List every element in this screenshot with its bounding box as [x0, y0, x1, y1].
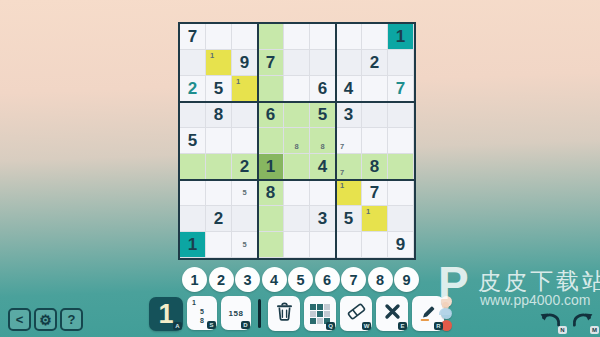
corner-marks-mode-button[interactable]: 1 5 8 S: [187, 296, 217, 330]
cell-r4c5[interactable]: [284, 102, 310, 128]
cell-r7c3[interactable]: 5: [232, 180, 258, 206]
trash-icon: [275, 301, 294, 326]
given-digit: 9: [396, 236, 405, 253]
back-button[interactable]: <: [8, 308, 31, 331]
cell-r5c8[interactable]: [362, 128, 388, 154]
given-digit: 5: [188, 132, 197, 149]
cell-r1c1[interactable]: 7: [180, 24, 206, 50]
cell-r5c4[interactable]: [258, 128, 284, 154]
watermark-logo: P: [438, 260, 469, 306]
cell-r7c8[interactable]: 7: [362, 180, 388, 206]
cell-color-button[interactable]: Q: [304, 296, 336, 331]
cell-r9c6[interactable]: [310, 232, 336, 258]
selected-digit: 1: [158, 301, 173, 328]
number-pad: 123456789: [182, 267, 419, 292]
cell-r7c2[interactable]: [206, 180, 232, 206]
cell-r5c6[interactable]: 8: [310, 128, 336, 154]
given-digit: 8: [266, 184, 275, 201]
undo-button[interactable]: N: [539, 311, 563, 331]
cell-r3c8[interactable]: [362, 76, 388, 102]
numpad-button-4[interactable]: 4: [262, 267, 287, 292]
selected-digit-button[interactable]: 1 A: [149, 297, 183, 331]
cell-r8c2[interactable]: 2: [206, 206, 232, 232]
center-marks-mode-button[interactable]: 158 D: [221, 296, 251, 330]
cell-r5c2[interactable]: [206, 128, 232, 154]
pencil-mark: 7: [340, 143, 344, 151]
cell-r4c3[interactable]: [232, 102, 258, 128]
given-digit: 8: [214, 106, 223, 123]
cell-r9c7[interactable]: [336, 232, 362, 258]
cell-r6c1[interactable]: [180, 154, 206, 180]
given-digit: 1: [266, 158, 275, 175]
numpad-button-1[interactable]: 1: [182, 267, 207, 292]
help-label: ?: [68, 312, 76, 327]
cell-r6c9[interactable]: [388, 154, 414, 180]
watermark-url: www.pp4000.com: [480, 292, 591, 308]
cell-r6c2[interactable]: [206, 154, 232, 180]
cell-r7c5[interactable]: [284, 180, 310, 206]
given-digit: 4: [318, 158, 327, 175]
given-digit: 8: [370, 158, 379, 175]
cell-r6c4[interactable]: 1: [258, 154, 284, 180]
pencil-mark: 7: [340, 169, 344, 177]
cell-r3c6[interactable]: 6: [310, 76, 336, 102]
pencil-mark: 1: [210, 52, 214, 60]
cell-r4c6[interactable]: 5: [310, 102, 336, 128]
cell-r2c2[interactable]: 1: [206, 50, 232, 76]
user-digit: 7: [396, 80, 405, 97]
numpad-button-8[interactable]: 8: [368, 267, 393, 292]
cell-r4c1[interactable]: [180, 102, 206, 128]
cell-r3c7[interactable]: 4: [336, 76, 362, 102]
cell-r9c3[interactable]: 5: [232, 232, 258, 258]
box-line-horizontal: [180, 179, 414, 181]
cell-r2c1[interactable]: [180, 50, 206, 76]
corner-mark-preview: 1: [192, 299, 196, 306]
redo-button[interactable]: M: [571, 311, 595, 331]
cell-r8c6[interactable]: 3: [310, 206, 336, 232]
cell-r2c4[interactable]: 7: [258, 50, 284, 76]
cell-r9c4[interactable]: [258, 232, 284, 258]
cell-r1c9[interactable]: 1: [388, 24, 414, 50]
given-digit: 6: [266, 106, 275, 123]
given-digit: 7: [266, 54, 275, 71]
pencil-mark: 5: [242, 241, 246, 249]
cell-r3c5[interactable]: [284, 76, 310, 102]
cell-r3c1[interactable]: 2: [180, 76, 206, 102]
given-digit: 9: [240, 54, 249, 71]
numpad-button-2[interactable]: 2: [209, 267, 234, 292]
cell-r1c7[interactable]: [336, 24, 362, 50]
cell-r5c5[interactable]: 8: [284, 128, 310, 154]
center-mark-preview: 158: [229, 309, 244, 318]
corner-mark-preview: 8: [200, 317, 204, 324]
corner-mark-preview: 5: [200, 308, 204, 315]
pencil-mark: 1: [236, 78, 240, 86]
cell-r2c6[interactable]: [310, 50, 336, 76]
cell-r6c3[interactable]: 2: [232, 154, 258, 180]
numpad-button-5[interactable]: 5: [288, 267, 313, 292]
cell-r6c5[interactable]: [284, 154, 310, 180]
cell-r1c8[interactable]: [362, 24, 388, 50]
given-digit: 3: [318, 210, 327, 227]
help-button[interactable]: ?: [60, 308, 83, 331]
cell-r7c1[interactable]: [180, 180, 206, 206]
cell-r7c4[interactable]: 8: [258, 180, 284, 206]
numpad-button-6[interactable]: 6: [315, 267, 340, 292]
given-digit: 1: [188, 236, 197, 253]
cell-r3c9[interactable]: 7: [388, 76, 414, 102]
cell-r8c3[interactable]: [232, 206, 258, 232]
cell-r8c8[interactable]: 1: [362, 206, 388, 232]
given-digit: 7: [188, 28, 197, 45]
shortcut-badge: Q: [326, 322, 335, 330]
board-grid: 711972251647865358872147858172351159: [180, 24, 414, 258]
pencil-mark: 5: [242, 189, 246, 197]
user-digit: 2: [188, 80, 197, 97]
numpad-button-9[interactable]: 9: [394, 267, 419, 292]
watermark-person-icon: [439, 308, 451, 315]
cell-r3c3[interactable]: 1: [232, 76, 258, 102]
cell-r1c3[interactable]: [232, 24, 258, 50]
cell-r4c8[interactable]: [362, 102, 388, 128]
box-line-vertical: [335, 24, 337, 258]
cell-r5c1[interactable]: 5: [180, 128, 206, 154]
cell-r2c5[interactable]: [284, 50, 310, 76]
cell-r4c9[interactable]: [388, 102, 414, 128]
given-digit: 7: [370, 184, 379, 201]
given-digit: 2: [240, 158, 249, 175]
cell-r2c8[interactable]: 2: [362, 50, 388, 76]
shortcut-badge: A: [173, 322, 182, 330]
cell-r7c7[interactable]: 1: [336, 180, 362, 206]
cell-r2c9[interactable]: [388, 50, 414, 76]
cell-r8c9[interactable]: [388, 206, 414, 232]
box-line-vertical: [257, 24, 259, 258]
shortcut-badge: R: [434, 322, 443, 330]
cell-r2c7[interactable]: [336, 50, 362, 76]
given-digit: 3: [344, 106, 353, 123]
shortcut-badge: N: [558, 326, 567, 334]
shortcut-badge: D: [241, 321, 250, 329]
cell-r6c7[interactable]: 7: [336, 154, 362, 180]
pencil-mark: 8: [320, 143, 324, 151]
cell-r4c4[interactable]: 6: [258, 102, 284, 128]
eraser-button[interactable]: W: [340, 296, 372, 331]
numpad-button-3[interactable]: 3: [235, 267, 260, 292]
cell-r2c3[interactable]: 9: [232, 50, 258, 76]
cell-r1c2[interactable]: [206, 24, 232, 50]
cell-r6c6[interactable]: 4: [310, 154, 336, 180]
back-label: <: [16, 312, 24, 327]
given-digit: 2: [370, 54, 379, 71]
cell-r5c9[interactable]: [388, 128, 414, 154]
pencil-mark: 8: [294, 143, 298, 151]
cell-r4c2[interactable]: 8: [206, 102, 232, 128]
cell-r9c9[interactable]: 9: [388, 232, 414, 258]
cell-r5c3[interactable]: [232, 128, 258, 154]
cell-r1c6[interactable]: [310, 24, 336, 50]
cell-r3c4[interactable]: [258, 76, 284, 102]
shortcut-badge: M: [590, 326, 599, 334]
cell-r9c5[interactable]: [284, 232, 310, 258]
given-digit: 5: [214, 80, 223, 97]
given-digit: 5: [344, 210, 353, 227]
pencil-mark: 1: [366, 208, 370, 216]
cell-r7c9[interactable]: [388, 180, 414, 206]
box-line-horizontal: [180, 101, 414, 103]
cell-r8c4[interactable]: [258, 206, 284, 232]
cell-r8c5[interactable]: [284, 206, 310, 232]
trash-button[interactable]: [268, 296, 300, 331]
cell-r9c8[interactable]: [362, 232, 388, 258]
given-digit: 2: [214, 210, 223, 227]
cell-r9c1[interactable]: 1: [180, 232, 206, 258]
settings-button[interactable]: ⚙: [34, 308, 57, 331]
cell-r7c6[interactable]: [310, 180, 336, 206]
cell-r8c7[interactable]: 5: [336, 206, 362, 232]
cell-r8c1[interactable]: [180, 206, 206, 232]
given-digit: 4: [344, 80, 353, 97]
cell-r3c2[interactable]: 5: [206, 76, 232, 102]
given-digit: 1: [396, 28, 405, 45]
sudoku-app: 711972251647865358872147858172351159 123…: [0, 0, 600, 337]
gear-icon: ⚙: [39, 312, 52, 328]
shortcut-badge: W: [362, 322, 371, 330]
cell-r4c7[interactable]: 3: [336, 102, 362, 128]
shortcut-badge: E: [398, 322, 407, 330]
cell-r9c2[interactable]: [206, 232, 232, 258]
cell-r1c4[interactable]: [258, 24, 284, 50]
cell-r1c5[interactable]: [284, 24, 310, 50]
color-grid-icon: [310, 304, 330, 324]
shortcut-badge: S: [207, 321, 216, 329]
cell-r6c8[interactable]: 8: [362, 154, 388, 180]
toolbar-divider: [258, 299, 261, 328]
given-digit: 5: [318, 106, 327, 123]
clear-button[interactable]: E: [376, 296, 408, 331]
cell-r5c7[interactable]: 7: [336, 128, 362, 154]
numpad-button-7[interactable]: 7: [341, 267, 366, 292]
given-digit: 6: [318, 80, 327, 97]
sudoku-board: 711972251647865358872147858172351159: [178, 22, 416, 260]
pencil-mark: 1: [340, 182, 344, 190]
